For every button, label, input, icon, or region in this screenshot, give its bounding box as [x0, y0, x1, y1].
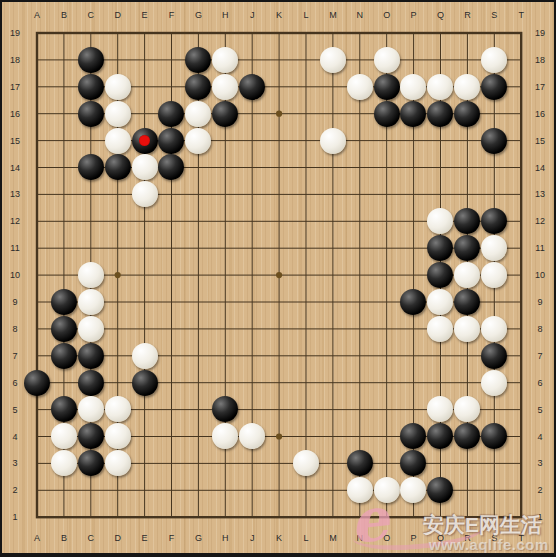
point-A7[interactable]	[24, 342, 51, 369]
point-T8[interactable]	[508, 315, 535, 342]
point-B14[interactable]	[50, 154, 77, 181]
point-E8[interactable]	[131, 315, 158, 342]
point-F13[interactable]	[158, 181, 185, 208]
point-J15[interactable]	[239, 127, 266, 154]
point-H4[interactable]	[212, 423, 239, 450]
point-A11[interactable]	[24, 235, 51, 262]
point-E2[interactable]	[131, 477, 158, 504]
point-F7[interactable]	[158, 342, 185, 369]
point-D6[interactable]	[104, 369, 131, 396]
point-C17[interactable]	[77, 73, 104, 100]
point-G16[interactable]	[185, 100, 212, 127]
point-B8[interactable]	[50, 315, 77, 342]
point-T13[interactable]	[508, 181, 535, 208]
point-O14[interactable]	[373, 154, 400, 181]
point-M14[interactable]	[319, 154, 346, 181]
point-B2[interactable]	[50, 477, 77, 504]
point-D16[interactable]	[104, 100, 131, 127]
point-F14[interactable]	[158, 154, 185, 181]
point-K12[interactable]	[266, 208, 293, 235]
point-Q9[interactable]	[427, 288, 454, 315]
point-N12[interactable]	[346, 208, 373, 235]
point-M6[interactable]	[319, 369, 346, 396]
point-C6[interactable]	[77, 369, 104, 396]
point-H11[interactable]	[212, 235, 239, 262]
point-E19[interactable]	[131, 20, 158, 47]
point-C9[interactable]	[77, 288, 104, 315]
point-N7[interactable]	[346, 342, 373, 369]
point-G7[interactable]	[185, 342, 212, 369]
point-F16[interactable]	[158, 100, 185, 127]
point-A2[interactable]	[24, 477, 51, 504]
point-J5[interactable]	[239, 396, 266, 423]
point-A13[interactable]	[24, 181, 51, 208]
point-Q1[interactable]	[427, 504, 454, 531]
point-K10[interactable]	[266, 262, 293, 289]
point-B1[interactable]	[50, 504, 77, 531]
point-F5[interactable]	[158, 396, 185, 423]
point-T19[interactable]	[508, 20, 535, 47]
point-R9[interactable]	[454, 288, 481, 315]
point-M16[interactable]	[319, 100, 346, 127]
point-Q12[interactable]	[427, 208, 454, 235]
point-S12[interactable]	[481, 208, 508, 235]
point-K19[interactable]	[266, 20, 293, 47]
point-O9[interactable]	[373, 288, 400, 315]
point-F11[interactable]	[158, 235, 185, 262]
point-D4[interactable]	[104, 423, 131, 450]
point-E10[interactable]	[131, 262, 158, 289]
point-P4[interactable]	[400, 423, 427, 450]
point-S15[interactable]	[481, 127, 508, 154]
point-D11[interactable]	[104, 235, 131, 262]
point-S19[interactable]	[481, 20, 508, 47]
point-Q16[interactable]	[427, 100, 454, 127]
point-B7[interactable]	[50, 342, 77, 369]
point-A12[interactable]	[24, 208, 51, 235]
point-A17[interactable]	[24, 73, 51, 100]
point-E17[interactable]	[131, 73, 158, 100]
point-B9[interactable]	[50, 288, 77, 315]
point-M12[interactable]	[319, 208, 346, 235]
point-L11[interactable]	[292, 235, 319, 262]
point-C7[interactable]	[77, 342, 104, 369]
point-D5[interactable]	[104, 396, 131, 423]
point-E18[interactable]	[131, 46, 158, 73]
point-T15[interactable]	[508, 127, 535, 154]
point-P13[interactable]	[400, 181, 427, 208]
point-C2[interactable]	[77, 477, 104, 504]
point-L7[interactable]	[292, 342, 319, 369]
point-M19[interactable]	[319, 20, 346, 47]
point-R12[interactable]	[454, 208, 481, 235]
point-K11[interactable]	[266, 235, 293, 262]
point-N1[interactable]	[346, 504, 373, 531]
point-M17[interactable]	[319, 73, 346, 100]
point-G1[interactable]	[185, 504, 212, 531]
point-O13[interactable]	[373, 181, 400, 208]
point-N19[interactable]	[346, 20, 373, 47]
point-F18[interactable]	[158, 46, 185, 73]
point-J13[interactable]	[239, 181, 266, 208]
point-B18[interactable]	[50, 46, 77, 73]
point-O2[interactable]	[373, 477, 400, 504]
point-M2[interactable]	[319, 477, 346, 504]
point-D15[interactable]	[104, 127, 131, 154]
point-B11[interactable]	[50, 235, 77, 262]
point-H10[interactable]	[212, 262, 239, 289]
point-N14[interactable]	[346, 154, 373, 181]
point-N5[interactable]	[346, 396, 373, 423]
point-O8[interactable]	[373, 315, 400, 342]
point-D9[interactable]	[104, 288, 131, 315]
point-F17[interactable]	[158, 73, 185, 100]
point-D2[interactable]	[104, 477, 131, 504]
point-T11[interactable]	[508, 235, 535, 262]
point-C5[interactable]	[77, 396, 104, 423]
point-S5[interactable]	[481, 396, 508, 423]
point-D1[interactable]	[104, 504, 131, 531]
point-K16[interactable]	[266, 100, 293, 127]
point-C10[interactable]	[77, 262, 104, 289]
point-S1[interactable]	[481, 504, 508, 531]
point-K9[interactable]	[266, 288, 293, 315]
point-G8[interactable]	[185, 315, 212, 342]
point-H16[interactable]	[212, 100, 239, 127]
point-R2[interactable]	[454, 477, 481, 504]
point-F19[interactable]	[158, 20, 185, 47]
point-A8[interactable]	[24, 315, 51, 342]
point-Q2[interactable]	[427, 477, 454, 504]
point-P6[interactable]	[400, 369, 427, 396]
point-L13[interactable]	[292, 181, 319, 208]
point-N10[interactable]	[346, 262, 373, 289]
point-E4[interactable]	[131, 423, 158, 450]
point-F15[interactable]	[158, 127, 185, 154]
point-R14[interactable]	[454, 154, 481, 181]
point-N18[interactable]	[346, 46, 373, 73]
point-F3[interactable]	[158, 450, 185, 477]
point-S4[interactable]	[481, 423, 508, 450]
point-B17[interactable]	[50, 73, 77, 100]
point-J18[interactable]	[239, 46, 266, 73]
point-E3[interactable]	[131, 450, 158, 477]
point-K13[interactable]	[266, 181, 293, 208]
point-O15[interactable]	[373, 127, 400, 154]
point-A6[interactable]	[24, 369, 51, 396]
point-N9[interactable]	[346, 288, 373, 315]
point-A16[interactable]	[24, 100, 51, 127]
point-T14[interactable]	[508, 154, 535, 181]
point-E12[interactable]	[131, 208, 158, 235]
point-K17[interactable]	[266, 73, 293, 100]
point-O3[interactable]	[373, 450, 400, 477]
point-J2[interactable]	[239, 477, 266, 504]
point-P8[interactable]	[400, 315, 427, 342]
point-D13[interactable]	[104, 181, 131, 208]
point-P18[interactable]	[400, 46, 427, 73]
point-R3[interactable]	[454, 450, 481, 477]
point-N8[interactable]	[346, 315, 373, 342]
point-Q10[interactable]	[427, 262, 454, 289]
point-R8[interactable]	[454, 315, 481, 342]
point-L3[interactable]	[292, 450, 319, 477]
point-J17[interactable]	[239, 73, 266, 100]
point-F4[interactable]	[158, 423, 185, 450]
point-A19[interactable]	[24, 20, 51, 47]
point-E13[interactable]	[131, 181, 158, 208]
point-E11[interactable]	[131, 235, 158, 262]
point-P14[interactable]	[400, 154, 427, 181]
point-J3[interactable]	[239, 450, 266, 477]
point-Q18[interactable]	[427, 46, 454, 73]
point-J19[interactable]	[239, 20, 266, 47]
point-D18[interactable]	[104, 46, 131, 73]
point-C19[interactable]	[77, 20, 104, 47]
point-S7[interactable]	[481, 342, 508, 369]
point-C16[interactable]	[77, 100, 104, 127]
point-G14[interactable]	[185, 154, 212, 181]
point-H19[interactable]	[212, 20, 239, 47]
point-M8[interactable]	[319, 315, 346, 342]
point-K6[interactable]	[266, 369, 293, 396]
point-D17[interactable]	[104, 73, 131, 100]
point-C18[interactable]	[77, 46, 104, 73]
point-R16[interactable]	[454, 100, 481, 127]
point-P19[interactable]	[400, 20, 427, 47]
point-Q13[interactable]	[427, 181, 454, 208]
point-B10[interactable]	[50, 262, 77, 289]
point-K18[interactable]	[266, 46, 293, 73]
point-P1[interactable]	[400, 504, 427, 531]
point-A5[interactable]	[24, 396, 51, 423]
point-R10[interactable]	[454, 262, 481, 289]
point-F9[interactable]	[158, 288, 185, 315]
point-R5[interactable]	[454, 396, 481, 423]
point-P12[interactable]	[400, 208, 427, 235]
point-Q15[interactable]	[427, 127, 454, 154]
point-Q19[interactable]	[427, 20, 454, 47]
point-A15[interactable]	[24, 127, 51, 154]
point-A14[interactable]	[24, 154, 51, 181]
point-K7[interactable]	[266, 342, 293, 369]
point-G5[interactable]	[185, 396, 212, 423]
point-Q14[interactable]	[427, 154, 454, 181]
point-S8[interactable]	[481, 315, 508, 342]
point-T1[interactable]	[508, 504, 535, 531]
point-R17[interactable]	[454, 73, 481, 100]
point-N11[interactable]	[346, 235, 373, 262]
point-P2[interactable]	[400, 477, 427, 504]
point-M10[interactable]	[319, 262, 346, 289]
point-D12[interactable]	[104, 208, 131, 235]
point-E7[interactable]	[131, 342, 158, 369]
point-C11[interactable]	[77, 235, 104, 262]
point-C8[interactable]	[77, 315, 104, 342]
point-H8[interactable]	[212, 315, 239, 342]
point-G4[interactable]	[185, 423, 212, 450]
point-O11[interactable]	[373, 235, 400, 262]
point-H14[interactable]	[212, 154, 239, 181]
point-S13[interactable]	[481, 181, 508, 208]
point-T9[interactable]	[508, 288, 535, 315]
point-R4[interactable]	[454, 423, 481, 450]
point-G13[interactable]	[185, 181, 212, 208]
point-H15[interactable]	[212, 127, 239, 154]
point-B16[interactable]	[50, 100, 77, 127]
point-G11[interactable]	[185, 235, 212, 262]
point-Q6[interactable]	[427, 369, 454, 396]
point-A4[interactable]	[24, 423, 51, 450]
point-J4[interactable]	[239, 423, 266, 450]
point-N15[interactable]	[346, 127, 373, 154]
point-P5[interactable]	[400, 396, 427, 423]
point-L1[interactable]	[292, 504, 319, 531]
point-F12[interactable]	[158, 208, 185, 235]
point-P15[interactable]	[400, 127, 427, 154]
point-H6[interactable]	[212, 369, 239, 396]
point-H18[interactable]	[212, 46, 239, 73]
point-F6[interactable]	[158, 369, 185, 396]
point-H1[interactable]	[212, 504, 239, 531]
point-T6[interactable]	[508, 369, 535, 396]
point-P7[interactable]	[400, 342, 427, 369]
point-O16[interactable]	[373, 100, 400, 127]
point-O10[interactable]	[373, 262, 400, 289]
point-L14[interactable]	[292, 154, 319, 181]
point-T18[interactable]	[508, 46, 535, 73]
point-L15[interactable]	[292, 127, 319, 154]
point-P3[interactable]	[400, 450, 427, 477]
point-R11[interactable]	[454, 235, 481, 262]
point-Q4[interactable]	[427, 423, 454, 450]
point-A10[interactable]	[24, 262, 51, 289]
point-Q3[interactable]	[427, 450, 454, 477]
point-K4[interactable]	[266, 423, 293, 450]
point-O18[interactable]	[373, 46, 400, 73]
point-K8[interactable]	[266, 315, 293, 342]
point-J9[interactable]	[239, 288, 266, 315]
point-H9[interactable]	[212, 288, 239, 315]
point-M18[interactable]	[319, 46, 346, 73]
point-B6[interactable]	[50, 369, 77, 396]
point-O19[interactable]	[373, 20, 400, 47]
point-L16[interactable]	[292, 100, 319, 127]
point-N16[interactable]	[346, 100, 373, 127]
point-O6[interactable]	[373, 369, 400, 396]
point-N4[interactable]	[346, 423, 373, 450]
point-P9[interactable]	[400, 288, 427, 315]
point-O17[interactable]	[373, 73, 400, 100]
point-G10[interactable]	[185, 262, 212, 289]
point-F1[interactable]	[158, 504, 185, 531]
point-B15[interactable]	[50, 127, 77, 154]
point-G19[interactable]	[185, 20, 212, 47]
point-M7[interactable]	[319, 342, 346, 369]
point-S2[interactable]	[481, 477, 508, 504]
point-N17[interactable]	[346, 73, 373, 100]
point-T2[interactable]	[508, 477, 535, 504]
point-L18[interactable]	[292, 46, 319, 73]
point-F2[interactable]	[158, 477, 185, 504]
point-M15[interactable]	[319, 127, 346, 154]
point-N2[interactable]	[346, 477, 373, 504]
point-R18[interactable]	[454, 46, 481, 73]
point-K2[interactable]	[266, 477, 293, 504]
point-C4[interactable]	[77, 423, 104, 450]
point-K3[interactable]	[266, 450, 293, 477]
point-R13[interactable]	[454, 181, 481, 208]
point-T10[interactable]	[508, 262, 535, 289]
point-B5[interactable]	[50, 396, 77, 423]
point-B13[interactable]	[50, 181, 77, 208]
point-O7[interactable]	[373, 342, 400, 369]
point-M3[interactable]	[319, 450, 346, 477]
point-C14[interactable]	[77, 154, 104, 181]
point-S17[interactable]	[481, 73, 508, 100]
point-E6[interactable]	[131, 369, 158, 396]
point-O12[interactable]	[373, 208, 400, 235]
point-T4[interactable]	[508, 423, 535, 450]
point-S14[interactable]	[481, 154, 508, 181]
point-C13[interactable]	[77, 181, 104, 208]
point-T12[interactable]	[508, 208, 535, 235]
point-L17[interactable]	[292, 73, 319, 100]
point-M9[interactable]	[319, 288, 346, 315]
point-A9[interactable]	[24, 288, 51, 315]
point-S18[interactable]	[481, 46, 508, 73]
point-L10[interactable]	[292, 262, 319, 289]
point-G17[interactable]	[185, 73, 212, 100]
point-D19[interactable]	[104, 20, 131, 47]
point-A1[interactable]	[24, 504, 51, 531]
point-Q8[interactable]	[427, 315, 454, 342]
point-J16[interactable]	[239, 100, 266, 127]
point-R6[interactable]	[454, 369, 481, 396]
point-D3[interactable]	[104, 450, 131, 477]
point-S10[interactable]	[481, 262, 508, 289]
point-S6[interactable]	[481, 369, 508, 396]
point-T16[interactable]	[508, 100, 535, 127]
point-R15[interactable]	[454, 127, 481, 154]
point-L6[interactable]	[292, 369, 319, 396]
point-P17[interactable]	[400, 73, 427, 100]
point-D7[interactable]	[104, 342, 131, 369]
point-R1[interactable]	[454, 504, 481, 531]
point-E14[interactable]	[131, 154, 158, 181]
point-G15[interactable]	[185, 127, 212, 154]
point-T5[interactable]	[508, 396, 535, 423]
point-G2[interactable]	[185, 477, 212, 504]
point-S16[interactable]	[481, 100, 508, 127]
point-M5[interactable]	[319, 396, 346, 423]
point-E15[interactable]	[131, 127, 158, 154]
point-S9[interactable]	[481, 288, 508, 315]
point-G6[interactable]	[185, 369, 212, 396]
point-G12[interactable]	[185, 208, 212, 235]
point-P16[interactable]	[400, 100, 427, 127]
point-N13[interactable]	[346, 181, 373, 208]
point-T7[interactable]	[508, 342, 535, 369]
point-O5[interactable]	[373, 396, 400, 423]
point-F10[interactable]	[158, 262, 185, 289]
point-O1[interactable]	[373, 504, 400, 531]
point-K5[interactable]	[266, 396, 293, 423]
point-K14[interactable]	[266, 154, 293, 181]
point-G3[interactable]	[185, 450, 212, 477]
point-P10[interactable]	[400, 262, 427, 289]
point-B19[interactable]	[50, 20, 77, 47]
